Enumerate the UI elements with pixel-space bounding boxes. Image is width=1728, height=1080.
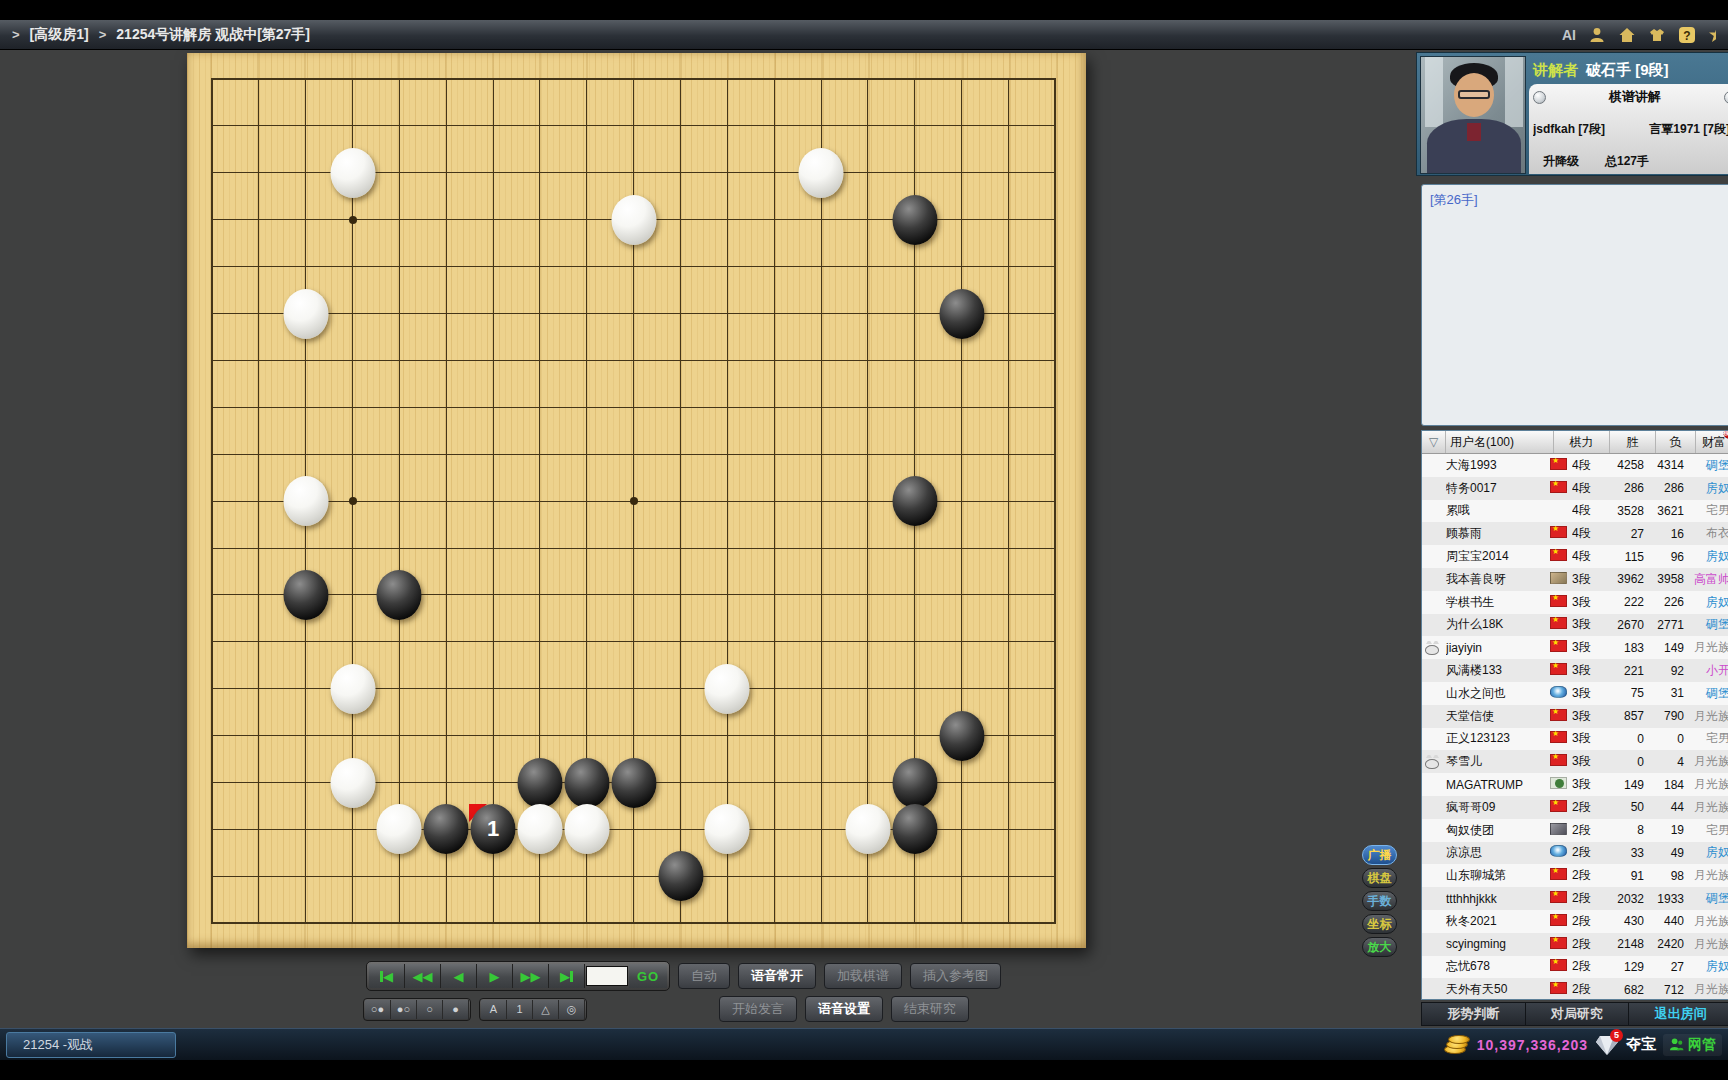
end-study-button[interactable]: 结束研究 [891,996,969,1022]
user-wins: 4258 [1606,458,1652,472]
user-losses: 2420 [1652,937,1692,951]
marker-tool-8[interactable]: ◎ [559,1000,585,1019]
marker-tool-6[interactable]: 1 [507,1000,533,1019]
move-number-label: 1 [487,818,499,840]
white-stone [517,804,562,854]
user-losses: 440 [1652,914,1692,928]
black-stone [611,758,656,808]
panel-button-形势判断[interactable]: 形势判断 [1422,1003,1526,1025]
user-wins: 129 [1606,960,1652,974]
voice-always-on-button[interactable]: 语音常开 [738,963,816,989]
insert-reference-button[interactable]: 插入参考图 [910,963,1001,989]
user-name: 正义123123 [1446,730,1550,747]
user-losses: 96 [1652,550,1692,564]
flag-cell [1550,572,1572,587]
user-name: 匈奴使团 [1446,822,1550,839]
auto-button[interactable]: 自动 [678,963,730,989]
cn-flag-icon [1550,526,1567,538]
game-meta-row: 升降级 总127手 [1533,153,1728,170]
playback-toolbar: ◀◀◀◀▶▶▶▶GO 自动 语音常开 加载棋谱 插入参考图 [366,961,1001,991]
user-losses: 790 [1652,709,1692,723]
black-stone [892,804,937,854]
go-board[interactable]: 1 [187,53,1086,948]
voice-settings-button[interactable]: 语音设置 [805,996,883,1022]
photo-tan-icon [1550,572,1567,584]
flag-cell [1550,617,1572,632]
user-wins: 2032 [1606,892,1652,906]
marker-tool-1[interactable]: ○● [365,1000,391,1019]
grid-line-vertical [680,78,681,924]
flag-cell [1550,595,1572,610]
grid-line-horizontal [211,735,1056,736]
commentator-panel: 讲解者 破石手 [9段] 棋谱讲解 jsdfkah [7段] 言覃1971 [7… [1416,52,1728,176]
user-name: 山东聊城第 [1446,867,1550,884]
user-rank: 2段 [1572,799,1606,816]
page-title: 21254号讲解房 观战中[第27手] [116,26,310,44]
user-losses: 27 [1652,960,1692,974]
user-wealth: 月光族 [1692,799,1728,816]
user-name: 我本善良呀 [1446,571,1550,588]
mode-label: 棋谱讲解 [1546,88,1724,106]
row-avatar-icon [1422,755,1446,769]
board-option-buttons: 广播棋盘手数坐标放大 [1362,845,1397,957]
cn-flag-icon [1550,800,1567,812]
mode-radio-right[interactable] [1724,91,1728,104]
breadcrumb-chevron-2: > [99,27,107,42]
admin-label: 网管 [1688,1036,1716,1054]
user-wins: 682 [1606,983,1652,997]
table-row[interactable]: 为什么18K3段26702771碉堡 [1422,614,1728,637]
user-wins: 2670 [1606,618,1652,632]
black-stone [939,711,984,761]
white-stone [330,758,375,808]
title-bar: > [高级房1] > 21254号讲解房 观战中[第27手] AI ? [0,20,1728,50]
table-row[interactable]: 天外有天502段682712月光族 [1422,978,1728,1000]
user-wealth: 月光族 [1692,981,1728,998]
user-rank: 2段 [1572,844,1606,861]
user-name: 特务0017 [1446,480,1550,497]
grid-line-horizontal [211,548,1056,549]
user-name: 累哦 [1446,502,1550,519]
grid-line-horizontal [211,594,1056,595]
table-row[interactable]: 累哦独裁4段35283621宅男 [1422,500,1728,523]
black-stone [939,289,984,339]
user-losses: 149 [1652,641,1692,655]
fast-forward-button[interactable]: ▶▶ [513,964,549,988]
mode-row: 棋谱讲解 [1533,88,1728,106]
globe-icon [1550,686,1567,698]
user-name: 学棋书生 [1446,594,1550,611]
user-name: MAGATRUMP [1446,778,1550,792]
skip-end-button[interactable]: ▶ [549,964,585,988]
col-losses[interactable]: 负 [1656,431,1696,453]
user-rank: 2段 [1572,867,1606,884]
panel-button-对局研究[interactable]: 对局研究 [1526,1003,1630,1025]
flag-cell [1550,458,1572,473]
flag-cell [1550,823,1572,838]
cn-flag-icon [1550,914,1567,926]
mode-radio-left[interactable] [1533,91,1546,104]
move-number-input[interactable] [586,966,628,986]
user-rank: 3段 [1572,753,1606,770]
user-wealth: 月光族 [1692,708,1728,725]
table-row[interactable]: 风满楼1333段22192小开 [1422,659,1728,682]
user-wealth: 房奴 [1692,844,1728,861]
user-wins: 0 [1606,755,1652,769]
user-losses: 49 [1652,846,1692,860]
table-row[interactable]: 匈奴使团2段819宅男 [1422,819,1728,842]
breadcrumb-chevron: > [12,27,20,42]
user-wealth: 月光族 [1692,639,1728,656]
user-losses: 98 [1652,869,1692,883]
marker-tool-3[interactable]: ○ [417,1000,443,1019]
col-wins[interactable]: 胜 [1610,431,1656,453]
user-name: 山水之间也 [1446,685,1550,702]
user-losses: 0 [1652,732,1692,746]
titlebar-actions: AI ? [1562,26,1716,44]
user-wealth: 高富帅 [1692,571,1728,588]
user-rank: 3段 [1572,776,1606,793]
table-row[interactable]: ttthhhjkkk2段20321933碉堡 [1422,887,1728,910]
user-wealth: 房奴 [1692,958,1728,975]
photo-window-pane-2 [1505,57,1523,127]
user-rank: 2段 [1572,890,1606,907]
user-wealth: 月光族 [1692,913,1728,930]
filter-funnel-icon[interactable]: ▽ [1422,431,1446,453]
user-rank: 2段 [1572,981,1606,998]
grid-line-vertical [961,78,962,924]
players-row: jsdfkah [7段] 言覃1971 [7段] [1533,121,1728,138]
playback-strip: ◀◀◀◀▶▶▶▶GO [366,961,670,991]
user-name: 秋冬2021 [1446,913,1550,930]
user-losses: 1933 [1652,892,1692,906]
step-back-button[interactable]: ◀ [441,964,477,988]
user-list-rows: 大海19934段42584314碉堡特务00174段286286房奴累哦独裁4段… [1422,454,1728,1000]
user-wins: 33 [1606,846,1652,860]
user-name: 忘忧678 [1446,958,1550,975]
table-row[interactable]: 学棋书生3段222226房奴 [1422,591,1728,614]
table-row[interactable]: scyingming2段21482420月光族 [1422,933,1728,956]
tree-icon [1550,777,1567,789]
photo-dark-icon [1550,823,1567,835]
user-icon[interactable] [1588,26,1606,44]
flag-cell [1550,686,1572,701]
user-wins: 50 [1606,800,1652,814]
user-losses: 712 [1652,983,1692,997]
home-icon[interactable] [1618,26,1636,44]
black-stone [517,758,562,808]
user-rank: 3段 [1572,616,1606,633]
top-black-strip [0,0,1728,20]
user-wealth: 月光族 [1692,753,1728,770]
flag-cell [1550,549,1572,564]
user-losses: 4 [1652,755,1692,769]
marker-tool-2[interactable]: ●○ [391,1000,417,1019]
grid-line-horizontal [211,876,1056,877]
table-row[interactable]: 忘忧6782段12927房奴 [1422,956,1728,979]
flag-cell [1550,481,1572,496]
treasure-badge: 5 [1610,1029,1623,1042]
app-window: > [高级房1] > 21254号讲解房 观战中[第27手] AI ? 1 广播… [0,0,1728,1080]
user-wealth: 月光族 [1692,936,1728,953]
svg-text:?: ? [1683,28,1690,42]
table-row[interactable]: 山水之间也3段7531碉堡 [1422,682,1728,705]
stone-marker-strip: ○●●○○● [363,998,471,1021]
go-button[interactable]: GO [629,964,667,988]
hoshi-point [349,216,357,224]
user-name: 疯哥哥09 [1446,799,1550,816]
black-player-name: jsdfkah [7段] [1533,121,1605,138]
user-wealth: 碉堡 [1692,685,1728,702]
user-losses: 226 [1652,595,1692,609]
load-kifu-button[interactable]: 加载棋谱 [824,963,902,989]
user-wins: 0 [1606,732,1652,746]
admin-person-icon [1669,1037,1684,1052]
user-wealth: 布衣 [1692,525,1728,542]
label-marker-strip: A1△◎ [479,998,587,1021]
marker-tool-5[interactable]: A [481,1000,507,1019]
flag-cell [1550,754,1572,769]
user-name: 大海1993 [1446,457,1550,474]
fast-back-button[interactable]: ◀◀ [405,964,441,988]
cn-flag-icon [1550,937,1567,949]
flag-cell [1550,800,1572,815]
flag-cell [1550,914,1572,929]
user-rank: 4段 [1572,548,1606,565]
user-rank: 2段 [1572,913,1606,930]
room-tab[interactable]: 21254 -观战 [6,1032,176,1058]
user-name: 周宝宝2014 [1446,548,1550,565]
user-name: 天外有天50 [1446,981,1550,998]
cn-flag-icon [1550,595,1567,607]
table-row[interactable]: MAGATRUMP3段149184月光族 [1422,773,1728,796]
user-wins: 222 [1606,595,1652,609]
side-button-广播[interactable]: 广播 [1362,845,1397,865]
flag-cell [1550,709,1572,724]
user-wealth: 碉堡 [1692,457,1728,474]
user-losses: 3621 [1652,504,1692,518]
user-wealth: 宅男 [1692,730,1728,747]
extra-icon-cut[interactable] [1708,26,1716,44]
user-wealth: 房奴 [1692,548,1728,565]
user-wealth: 房奴 [1692,594,1728,611]
black-stone [892,758,937,808]
col-rank[interactable]: 棋力 [1554,431,1610,453]
status-bar: 21254 -观战 10,397,336,203 5 夺宝 网管 [0,1028,1728,1060]
treasure-diamond-icon[interactable]: 5 [1595,1034,1619,1056]
user-name: 天堂信使 [1446,708,1550,725]
cn-flag-icon [1550,458,1567,470]
hoshi-point [630,497,638,505]
admin-group[interactable]: 网管 [1663,1034,1722,1056]
grid-line-vertical [1054,78,1056,924]
commentator-name: 破石手 [9段] [1586,61,1669,80]
commentator-title: 讲解者 破石手 [9段] [1533,59,1728,81]
user-wealth: 碉堡 [1692,890,1728,907]
play-button[interactable]: ▶ [477,964,513,988]
table-row[interactable]: 周宝宝20144段11596房奴 [1422,545,1728,568]
start-speaking-button[interactable]: 开始发言 [719,996,797,1022]
coin-balance: 10,397,336,203 [1477,1037,1588,1053]
white-stone [330,664,375,714]
side-button-放大[interactable]: 放大 [1362,937,1397,957]
user-rank: 3段 [1572,662,1606,679]
user-wealth: 碉堡 [1692,616,1728,633]
user-wealth: 小开 [1692,662,1728,679]
user-name: 风满楼133 [1446,662,1550,679]
hoshi-point [349,497,357,505]
user-wealth: 宅男 [1692,822,1728,839]
user-wealth: 宅男 [1692,502,1728,519]
side-button-棋盘[interactable]: 棋盘 [1362,868,1397,888]
user-name: 琴雪儿 [1446,753,1550,770]
cn-flag-icon [1550,640,1567,652]
black-stone [564,758,609,808]
user-name: 为什么18K [1446,616,1550,633]
white-stone [283,476,328,526]
black-stone [377,570,422,620]
flag-cell [1550,982,1572,997]
user-wins: 75 [1606,686,1652,700]
status-bar-right: 10,397,336,203 5 夺宝 网管 [1444,1034,1728,1056]
user-rank: 4段 [1572,525,1606,542]
cn-flag-icon [1550,891,1567,903]
white-stone [564,804,609,854]
coins-icon [1444,1034,1470,1056]
user-rank: 3段 [1572,594,1606,611]
game-type-label: 升降级 [1543,153,1579,170]
grid-line-vertical [774,78,775,924]
grid-line-vertical [867,78,868,924]
cn-flag-icon [1550,709,1567,721]
black-stone [658,851,703,901]
user-wins: 3528 [1606,504,1652,518]
marker-tool-4[interactable]: ● [443,1000,469,1019]
user-wealth: 月光族 [1692,776,1728,793]
user-rank: 3段 [1572,571,1606,588]
table-row[interactable]: 天堂信使3段857790月光族 [1422,705,1728,728]
cn-flag-icon [1550,959,1567,971]
grid-line-vertical [727,78,728,924]
user-losses: 31 [1652,686,1692,700]
user-losses: 19 [1652,823,1692,837]
row-avatar-icon [1422,641,1446,655]
user-wins: 286 [1606,481,1652,495]
ai-button[interactable]: AI [1562,27,1576,43]
white-stone [611,195,656,245]
cn-flag-icon [1550,617,1567,629]
user-name: jiayiyin [1446,641,1550,655]
user-list-header: ▽ 用户名(100) 棋力 胜 负 财富 [1422,431,1728,454]
flag-cell [1550,663,1572,678]
cn-flag-icon [1550,481,1567,493]
grid-line-vertical [1008,78,1009,924]
flag-cell [1550,777,1572,792]
user-rank: 3段 [1572,730,1606,747]
commentator-role-label: 讲解者 [1533,61,1578,80]
marker-tool-7[interactable]: △ [533,1000,559,1019]
black-stone [424,804,469,854]
user-wins: 183 [1606,641,1652,655]
user-wealth: 月光族 [1692,867,1728,884]
flag-cell [1550,845,1572,860]
user-wealth: 房奴 [1692,480,1728,497]
user-name: ttthhhjkkk [1446,892,1550,906]
photo-window-pane [1425,57,1443,127]
user-wins: 3962 [1606,572,1652,586]
user-wins: 8 [1606,823,1652,837]
flag-cell [1550,868,1572,883]
user-losses: 92 [1652,664,1692,678]
user-rank: 2段 [1572,936,1606,953]
table-row[interactable]: 秋冬20212段430440月光族 [1422,910,1728,933]
user-rank: 3段 [1572,639,1606,656]
table-row[interactable]: 琴雪儿3段04月光族 [1422,750,1728,773]
white-stone [799,148,844,198]
cn-flag-icon [1550,868,1567,880]
table-row[interactable]: 山东聊城第2段9198月光族 [1422,864,1728,887]
user-wins: 430 [1606,914,1652,928]
user-wins: 149 [1606,778,1652,792]
user-wins: 857 [1606,709,1652,723]
flag-cell [1550,891,1572,906]
cn-flag-icon [1550,982,1567,994]
col-username[interactable]: 用户名(100) [1446,431,1554,453]
globe-icon [1550,845,1567,857]
user-losses: 3958 [1652,572,1692,586]
table-row[interactable]: jiayiyin3段183149月光族 [1422,636,1728,659]
game-info-panel: 棋谱讲解 jsdfkah [7段] 言覃1971 [7段] 升降级 总127手 [1529,84,1728,174]
total-moves-label: 总127手 [1605,153,1649,170]
shirt-icon[interactable] [1648,26,1666,44]
photo-collar [1467,123,1481,141]
user-name: scyingming [1446,937,1550,951]
side-button-坐标[interactable]: 坐标 [1362,914,1397,934]
white-stone [705,664,750,714]
user-rank: 3段 [1572,708,1606,725]
commentary-chat-box[interactable]: [第26手] [1421,184,1728,426]
table-row[interactable]: 疯哥哥092段5044月光族 [1422,796,1728,819]
table-row[interactable]: 正义1231233段00宅男 [1422,728,1728,751]
user-losses: 286 [1652,481,1692,495]
treasure-label[interactable]: 夺宝 [1626,1035,1656,1054]
photo-glasses [1458,90,1490,99]
user-rank: 3段 [1572,685,1606,702]
breadcrumb-room-group[interactable]: [高级房1] [30,26,89,44]
white-stone [377,804,422,854]
table-row[interactable]: 大海19934段42584314碉堡 [1422,454,1728,477]
cn-flag-icon [1550,731,1567,743]
side-button-手数[interactable]: 手数 [1362,891,1397,911]
grid-line-horizontal [211,922,1056,924]
table-row[interactable]: 特务00174段286286房奴 [1422,477,1728,500]
cn-flag-icon [1550,549,1567,561]
flag-cell [1550,959,1572,974]
table-row[interactable]: 顾慕雨4段2716布衣 [1422,522,1728,545]
bottom-black-strip [0,1060,1728,1080]
white-stone [705,804,750,854]
skip-start-button[interactable]: ◀ [369,964,405,988]
user-name: 凉凉思 [1446,844,1550,861]
table-row[interactable]: 凉凉思2段3349房奴 [1422,842,1728,865]
chat-message: [第26手] [1430,191,1724,209]
table-row[interactable]: 我本善良呀3段39623958高富帅 [1422,568,1728,591]
marker-toolbar: ○●●○○● A1△◎ 开始发言 语音设置 结束研究 [363,997,969,1021]
panel-button-退出房间[interactable]: 退出房间 [1629,1003,1728,1025]
help-icon[interactable]: ? [1678,26,1696,44]
user-losses: 44 [1652,800,1692,814]
user-wins: 221 [1606,664,1652,678]
